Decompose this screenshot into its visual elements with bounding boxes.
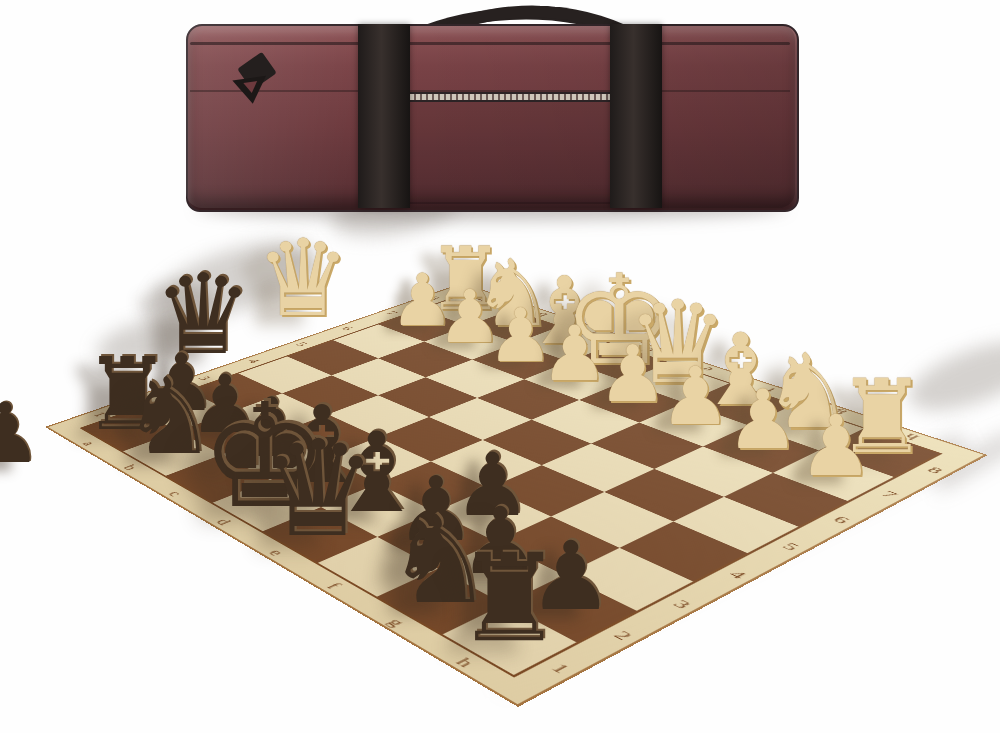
piece-light-queen-offboard-top[interactable]: ♛ — [255, 226, 350, 332]
piece-light-pawn-f7[interactable]: ♟ — [659, 356, 731, 436]
piece-dark-queen-e1[interactable]: ♛ — [258, 423, 377, 556]
piece-light-pawn-g7[interactable]: ♟ — [726, 379, 800, 461]
piece-dark-rook-h1[interactable]: ♜ — [455, 538, 563, 659]
piece-light-pawn-e7[interactable]: ♟ — [598, 335, 668, 413]
piece-light-pawn-h7[interactable]: ♟ — [798, 404, 873, 488]
piece-dark-pawn-offboard-left-edge[interactable]: ♟ — [0, 392, 42, 475]
product-photo-stage: aa11bb22cc33dd44ee55ff66gg77hh88 ♜♛♟♞♟♝♛… — [0, 0, 1000, 733]
pieces-layer: ♜♛♟♞♟♝♛♟♚♟♛♟♝♟♟♞♜♟♟♜♞♟♟♟♝♚♝♟♛♟♟♞♟♜ — [0, 0, 1000, 733]
